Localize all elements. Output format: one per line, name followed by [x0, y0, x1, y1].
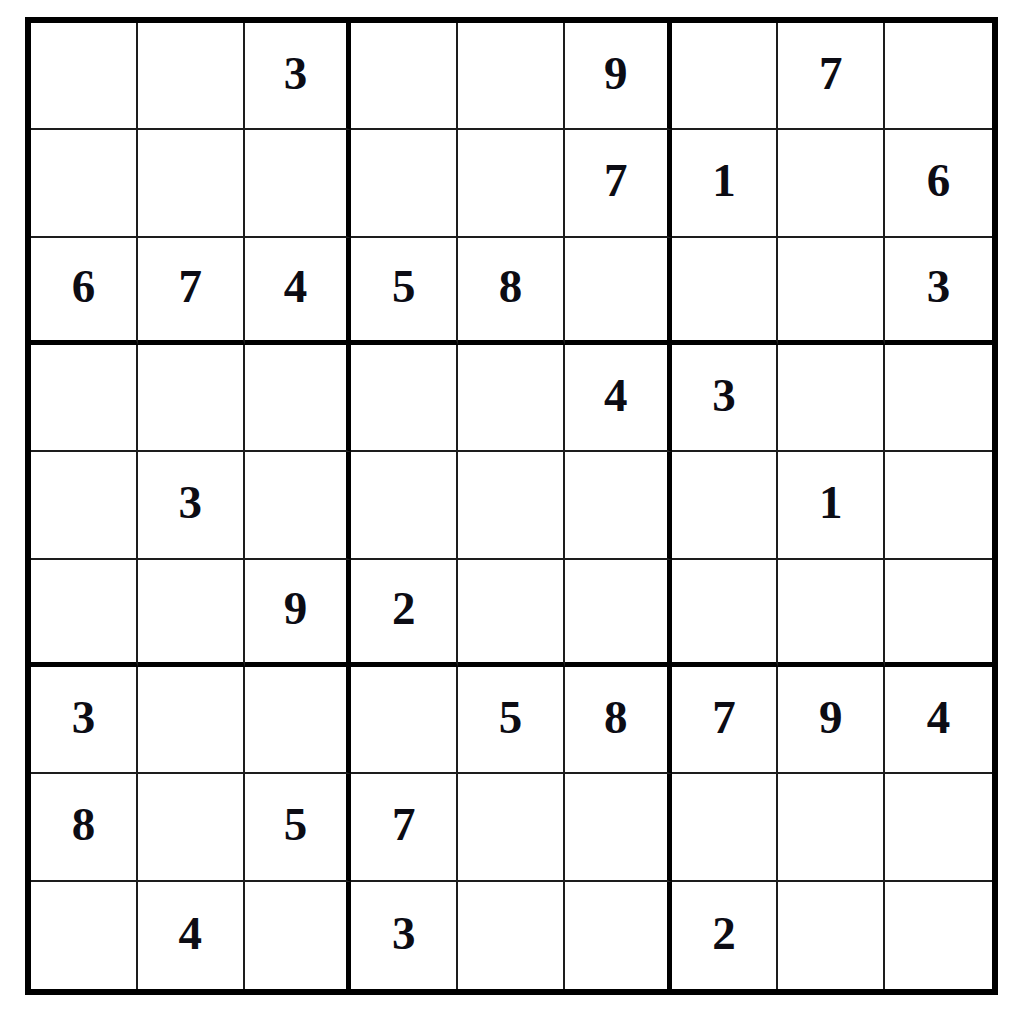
cell-r6c4-given[interactable]: 2: [351, 560, 458, 667]
cell-r4c8-empty[interactable]: [778, 345, 885, 452]
cell-r2c3-empty[interactable]: [245, 130, 352, 237]
cell-r2c1-empty[interactable]: [31, 130, 138, 237]
cell-r4c6-given[interactable]: 4: [565, 345, 672, 452]
cell-r6c9-empty[interactable]: [885, 560, 992, 667]
cell-r8c8-empty[interactable]: [778, 774, 885, 881]
given-digit: 3: [284, 50, 308, 101]
cell-r7c9-given[interactable]: 4: [885, 667, 992, 774]
cell-r1c4-empty[interactable]: [351, 23, 458, 130]
cell-r7c3-empty[interactable]: [245, 667, 352, 774]
cell-r7c5-given[interactable]: 5: [458, 667, 565, 774]
cell-r3c3-given[interactable]: 4: [245, 238, 352, 345]
cell-r3c7-empty[interactable]: [672, 238, 779, 345]
cell-r7c7-given[interactable]: 7: [672, 667, 779, 774]
cell-r2c8-empty[interactable]: [778, 130, 885, 237]
given-digit: 5: [499, 694, 523, 745]
cell-r8c6-empty[interactable]: [565, 774, 672, 881]
given-digit: 3: [72, 694, 96, 745]
cell-r4c5-empty[interactable]: [458, 345, 565, 452]
cell-r3c1-given[interactable]: 6: [31, 238, 138, 345]
cell-r6c3-given[interactable]: 9: [245, 560, 352, 667]
given-digit: 9: [284, 585, 308, 636]
cell-r3c2-given[interactable]: 7: [138, 238, 245, 345]
cell-r9c4-given[interactable]: 3: [351, 882, 458, 989]
cell-r2c2-empty[interactable]: [138, 130, 245, 237]
cell-r9c3-empty[interactable]: [245, 882, 352, 989]
cell-r7c2-empty[interactable]: [138, 667, 245, 774]
cell-r5c3-empty[interactable]: [245, 452, 352, 559]
sudoku-board: 397716674583433192358794857432: [25, 17, 998, 995]
cell-r3c8-empty[interactable]: [778, 238, 885, 345]
cell-r7c1-given[interactable]: 3: [31, 667, 138, 774]
cell-r9c2-given[interactable]: 4: [138, 882, 245, 989]
cell-r1c7-empty[interactable]: [672, 23, 779, 130]
cell-r1c9-empty[interactable]: [885, 23, 992, 130]
cell-r5c5-empty[interactable]: [458, 452, 565, 559]
given-digit: 8: [72, 801, 96, 852]
given-digit: 6: [927, 157, 951, 208]
cell-r9c9-empty[interactable]: [885, 882, 992, 989]
cell-r5c8-given[interactable]: 1: [778, 452, 885, 559]
cell-r2c6-given[interactable]: 7: [565, 130, 672, 237]
given-digit: 3: [392, 910, 416, 961]
cell-r9c8-empty[interactable]: [778, 882, 885, 989]
given-digit: 9: [604, 50, 628, 101]
cell-r5c7-empty[interactable]: [672, 452, 779, 559]
cell-r6c8-empty[interactable]: [778, 560, 885, 667]
given-digit: 4: [178, 910, 202, 961]
cell-r8c7-empty[interactable]: [672, 774, 779, 881]
given-digit: 5: [392, 263, 416, 314]
cell-r2c7-given[interactable]: 1: [672, 130, 779, 237]
cell-r9c6-empty[interactable]: [565, 882, 672, 989]
cell-r7c4-empty[interactable]: [351, 667, 458, 774]
given-digit: 3: [178, 479, 202, 530]
given-digit: 7: [604, 157, 628, 208]
given-digit: 4: [284, 263, 308, 314]
cell-r2c9-given[interactable]: 6: [885, 130, 992, 237]
cell-r8c5-empty[interactable]: [458, 774, 565, 881]
cell-r3c4-given[interactable]: 5: [351, 238, 458, 345]
cell-r1c8-given[interactable]: 7: [778, 23, 885, 130]
cell-r4c7-given[interactable]: 3: [672, 345, 779, 452]
cell-r1c1-empty[interactable]: [31, 23, 138, 130]
cell-r5c9-empty[interactable]: [885, 452, 992, 559]
cell-r3c5-given[interactable]: 8: [458, 238, 565, 345]
cell-r6c1-empty[interactable]: [31, 560, 138, 667]
sudoku-page: 397716674583433192358794857432: [0, 0, 1024, 1010]
cell-r1c5-empty[interactable]: [458, 23, 565, 130]
given-digit: 1: [712, 157, 736, 208]
given-digit: 4: [604, 372, 628, 423]
given-digit: 1: [819, 479, 843, 530]
cell-r9c1-empty[interactable]: [31, 882, 138, 989]
cell-r5c2-given[interactable]: 3: [138, 452, 245, 559]
cell-r7c8-given[interactable]: 9: [778, 667, 885, 774]
cell-r8c1-given[interactable]: 8: [31, 774, 138, 881]
cell-r6c6-empty[interactable]: [565, 560, 672, 667]
cell-r4c1-empty[interactable]: [31, 345, 138, 452]
cell-r4c3-empty[interactable]: [245, 345, 352, 452]
cell-r4c2-empty[interactable]: [138, 345, 245, 452]
given-digit: 2: [392, 585, 416, 636]
cell-r3c9-given[interactable]: 3: [885, 238, 992, 345]
cell-r6c7-empty[interactable]: [672, 560, 779, 667]
given-digit: 5: [284, 801, 308, 852]
cell-r8c3-given[interactable]: 5: [245, 774, 352, 881]
cell-r8c4-given[interactable]: 7: [351, 774, 458, 881]
cell-r2c5-empty[interactable]: [458, 130, 565, 237]
cell-r8c9-empty[interactable]: [885, 774, 992, 881]
given-digit: 4: [927, 694, 951, 745]
given-digit: 7: [819, 50, 843, 101]
cell-r1c2-empty[interactable]: [138, 23, 245, 130]
cell-r8c2-empty[interactable]: [138, 774, 245, 881]
cell-r7c6-given[interactable]: 8: [565, 667, 672, 774]
cell-r5c6-empty[interactable]: [565, 452, 672, 559]
given-digit: 3: [927, 263, 951, 314]
cell-r4c4-empty[interactable]: [351, 345, 458, 452]
cell-r3c6-empty[interactable]: [565, 238, 672, 345]
cell-r6c2-empty[interactable]: [138, 560, 245, 667]
given-digit: 3: [712, 372, 736, 423]
given-digit: 8: [499, 263, 523, 314]
cell-r2c4-empty[interactable]: [351, 130, 458, 237]
given-digit: 7: [178, 263, 202, 314]
cell-r6c5-empty[interactable]: [458, 560, 565, 667]
cell-r5c1-empty[interactable]: [31, 452, 138, 559]
cell-r4c9-empty[interactable]: [885, 345, 992, 452]
cell-r1c3-given[interactable]: 3: [245, 23, 352, 130]
given-digit: 7: [712, 694, 736, 745]
cell-r9c7-given[interactable]: 2: [672, 882, 779, 989]
given-digit: 9: [819, 694, 843, 745]
given-digit: 7: [392, 801, 416, 852]
cell-r5c4-empty[interactable]: [351, 452, 458, 559]
given-digit: 2: [712, 910, 736, 961]
cell-r1c6-given[interactable]: 9: [565, 23, 672, 130]
cell-r9c5-empty[interactable]: [458, 882, 565, 989]
given-digit: 6: [72, 263, 96, 314]
given-digit: 8: [604, 694, 628, 745]
